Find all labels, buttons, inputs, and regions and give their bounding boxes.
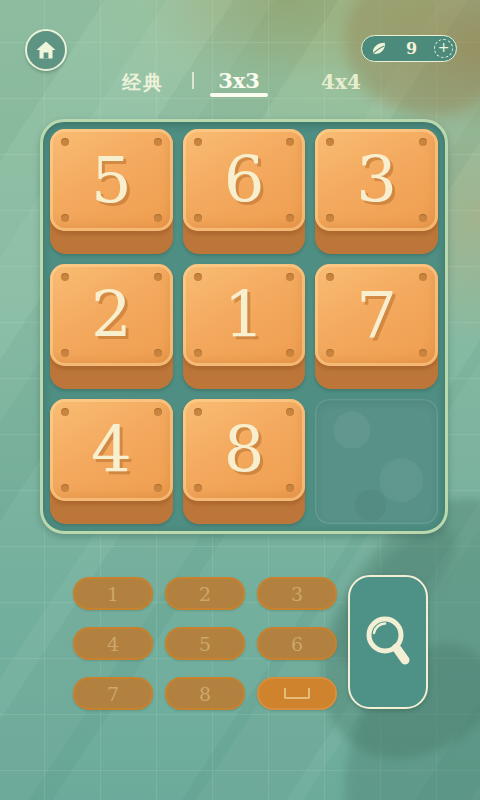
board-grid: 5 6 3 2 1	[50, 129, 438, 524]
add-currency-button[interactable]: +	[434, 39, 453, 58]
space-icon	[284, 688, 310, 699]
tile-number: 3	[315, 129, 438, 231]
key-8[interactable]: 8	[165, 677, 245, 710]
tile-number: 2	[50, 264, 173, 366]
key-1[interactable]: 1	[73, 577, 153, 610]
leaf-icon	[370, 40, 389, 57]
reference-keypad: 1 2 3 4 5 6 7 8	[73, 577, 337, 710]
tile-4[interactable]: 4	[50, 399, 173, 524]
game-screen: 9 + 经典 3x3 4x4 5 6 3	[0, 0, 480, 800]
key-5[interactable]: 5	[165, 627, 245, 660]
tile-8[interactable]: 8	[183, 399, 306, 524]
tile-number: 8	[183, 399, 306, 501]
tile-number: 5	[50, 129, 173, 231]
puzzle-board: 5 6 3 2 1	[40, 119, 448, 534]
key-2[interactable]: 2	[165, 577, 245, 610]
empty-cell	[315, 399, 438, 524]
tab-3x3[interactable]: 3x3	[206, 68, 272, 93]
currency-count: 9	[389, 39, 434, 58]
magnifier-icon	[362, 614, 414, 670]
currency-pill: 9 +	[361, 35, 457, 62]
key-7[interactable]: 7	[73, 677, 153, 710]
tile-7[interactable]: 7	[315, 264, 438, 389]
tab-classic[interactable]: 经典	[108, 70, 178, 96]
tile-5[interactable]: 5	[50, 129, 173, 254]
tile-6[interactable]: 6	[183, 129, 306, 254]
key-4[interactable]: 4	[73, 627, 153, 660]
tab-divider	[192, 72, 194, 89]
tile-3[interactable]: 3	[315, 129, 438, 254]
tile-number: 7	[315, 264, 438, 366]
home-button[interactable]	[25, 29, 67, 71]
active-tab-underline	[210, 93, 268, 97]
home-icon	[34, 38, 58, 62]
key-3[interactable]: 3	[257, 577, 337, 610]
tile-number: 4	[50, 399, 173, 501]
key-6[interactable]: 6	[257, 627, 337, 660]
tab-4x4[interactable]: 4x4	[308, 70, 374, 94]
tile-number: 6	[183, 129, 306, 231]
tile-number: 1	[183, 264, 306, 366]
key-space[interactable]	[257, 677, 337, 710]
tile-2[interactable]: 2	[50, 264, 173, 389]
hint-button[interactable]	[348, 575, 428, 709]
tile-1[interactable]: 1	[183, 264, 306, 389]
